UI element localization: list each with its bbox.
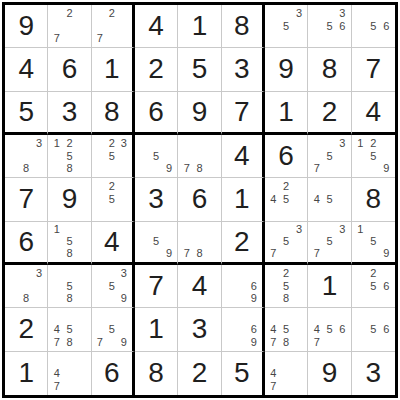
cell-r8c9[interactable]: 56: [352, 308, 395, 351]
cell-r3c2[interactable]: 3: [48, 92, 91, 135]
empty-candidate-slot: [293, 248, 306, 260]
cell-r1c5[interactable]: 1: [178, 5, 221, 48]
cell-r8c3[interactable]: 579: [92, 308, 135, 351]
empty-candidate-slot: [7, 267, 20, 280]
empty-candidate-slot: [354, 150, 367, 163]
empty-candidate-slot: [94, 206, 106, 219]
empty-candidate-slot: [293, 323, 306, 336]
empty-candidate-slot: [76, 310, 89, 323]
pencil-marks: 245: [265, 178, 307, 220]
cell-r1c1[interactable]: 9: [5, 5, 48, 48]
empty-candidate-slot: [367, 163, 380, 176]
empty-candidate-slot: [336, 33, 349, 46]
empty-candidate-slot: [336, 163, 349, 176]
empty-candidate-slot: [248, 267, 260, 280]
cell-r2c6[interactable]: 3: [222, 48, 265, 91]
pencil-marks: 78: [178, 222, 220, 262]
empty-candidate-slot: [293, 293, 306, 306]
empty-candidate-slot: [33, 163, 46, 176]
digit: 1: [278, 98, 294, 126]
digit: 3: [234, 55, 250, 83]
empty-candidate-slot: [336, 236, 349, 248]
cell-r8c8[interactable]: 4567: [308, 308, 351, 351]
digit: 6: [104, 359, 120, 387]
empty-candidate-slot: [50, 236, 63, 248]
candidate-9: 9: [118, 293, 130, 306]
candidate-7: 7: [310, 248, 323, 260]
empty-candidate-slot: [94, 193, 106, 206]
empty-candidate-slot: [380, 33, 393, 46]
candidate-2: 2: [106, 7, 118, 20]
cell-r2c4[interactable]: 2: [135, 48, 178, 91]
empty-candidate-slot: [106, 20, 118, 33]
cell-r9c6[interactable]: 5: [222, 352, 265, 395]
empty-candidate-slot: [63, 224, 76, 236]
cell-r7c4[interactable]: 7: [135, 265, 178, 308]
cell-r9c7[interactable]: 47: [265, 352, 308, 395]
cell-r2c3[interactable]: 1: [92, 48, 135, 91]
empty-candidate-slot: [163, 224, 176, 236]
cell-r7c5[interactable]: 4: [178, 265, 221, 308]
candidate-7: 7: [50, 380, 63, 393]
cell-r3c5[interactable]: 9: [178, 92, 221, 135]
empty-candidate-slot: [106, 267, 118, 280]
cell-r3c7[interactable]: 1: [265, 92, 308, 135]
cell-r9c3[interactable]: 6: [92, 352, 135, 395]
empty-candidate-slot: [267, 354, 280, 367]
empty-candidate-slot: [20, 267, 33, 280]
candidate-7: 7: [50, 336, 63, 349]
pencil-marks: 158: [48, 222, 90, 262]
empty-candidate-slot: [63, 367, 76, 380]
cell-r1c4[interactable]: 4: [135, 5, 178, 48]
empty-candidate-slot: [94, 180, 106, 193]
empty-candidate-slot: [280, 224, 293, 236]
cell-r3c3[interactable]: 8: [92, 92, 135, 135]
digit: 7: [366, 55, 382, 83]
empty-candidate-slot: [150, 248, 163, 260]
empty-candidate-slot: [76, 163, 89, 176]
cell-r8c1[interactable]: 2: [5, 308, 48, 351]
digit: 8: [148, 359, 164, 387]
cell-r3c9[interactable]: 4: [352, 92, 395, 135]
cell-r7c8[interactable]: 1: [308, 265, 351, 308]
empty-candidate-slot: [367, 293, 380, 306]
empty-candidate-slot: [20, 280, 33, 293]
pencil-marks: 25: [92, 178, 132, 220]
empty-candidate-slot: [323, 248, 336, 260]
candidate-5: 5: [63, 150, 76, 163]
empty-candidate-slot: [267, 236, 280, 248]
empty-candidate-slot: [76, 137, 89, 150]
empty-candidate-slot: [76, 20, 89, 33]
cell-r3c4[interactable]: 6: [135, 92, 178, 135]
pencil-marks: 56: [352, 5, 395, 47]
empty-candidate-slot: [380, 7, 393, 20]
empty-candidate-slot: [94, 163, 106, 176]
cell-r4c7[interactable]: 6: [265, 135, 308, 178]
pencil-marks: 256: [352, 265, 395, 307]
empty-candidate-slot: [106, 293, 118, 306]
empty-candidate-slot: [380, 310, 393, 323]
empty-candidate-slot: [293, 180, 306, 193]
cell-r5c5[interactable]: 6: [178, 178, 221, 221]
candidate-8: 8: [193, 163, 206, 176]
empty-candidate-slot: [323, 33, 336, 46]
empty-candidate-slot: [310, 137, 323, 150]
candidate-7: 7: [310, 163, 323, 176]
empty-candidate-slot: [293, 20, 306, 33]
cell-r9c5[interactable]: 2: [178, 352, 221, 395]
pencil-marks: 4578: [265, 308, 307, 350]
candidate-9: 9: [163, 248, 176, 260]
empty-candidate-slot: [367, 7, 380, 20]
digit: 1: [192, 12, 208, 40]
empty-candidate-slot: [267, 224, 280, 236]
empty-candidate-slot: [118, 310, 130, 323]
empty-candidate-slot: [33, 293, 46, 306]
empty-candidate-slot: [76, 248, 89, 260]
digit: 5: [234, 359, 250, 387]
cell-r7c9[interactable]: 256: [352, 265, 395, 308]
cell-r5c6[interactable]: 1: [222, 178, 265, 221]
digit: 1: [18, 359, 34, 387]
empty-candidate-slot: [76, 7, 89, 20]
empty-candidate-slot: [20, 137, 33, 150]
empty-candidate-slot: [7, 293, 20, 306]
candidate-5: 5: [323, 20, 336, 33]
empty-candidate-slot: [323, 163, 336, 176]
cell-r6c7[interactable]: 357: [265, 222, 308, 265]
empty-candidate-slot: [267, 33, 280, 46]
empty-candidate-slot: [118, 7, 130, 20]
candidate-3: 3: [118, 137, 130, 150]
candidate-3: 3: [33, 137, 46, 150]
cell-r7c1[interactable]: 38: [5, 265, 48, 308]
candidate-5: 5: [280, 323, 293, 336]
cell-r6c6[interactable]: 2: [222, 222, 265, 265]
cell-r2c5[interactable]: 5: [178, 48, 221, 91]
empty-candidate-slot: [137, 163, 150, 176]
empty-candidate-slot: [310, 206, 323, 219]
cell-r1c3[interactable]: 27: [92, 5, 135, 48]
empty-candidate-slot: [293, 267, 306, 280]
empty-candidate-slot: [33, 280, 46, 293]
empty-candidate-slot: [137, 224, 150, 236]
digit: 3: [148, 185, 164, 213]
digit: 4: [104, 228, 120, 256]
empty-candidate-slot: [206, 137, 219, 150]
digit: 5: [18, 98, 34, 126]
cell-r6c3[interactable]: 4: [92, 222, 135, 265]
empty-candidate-slot: [76, 323, 89, 336]
empty-candidate-slot: [224, 267, 236, 280]
candidate-9: 9: [380, 248, 393, 260]
cell-r9c4[interactable]: 8: [135, 352, 178, 395]
digit: 9: [18, 12, 34, 40]
empty-candidate-slot: [354, 336, 367, 349]
candidate-8: 8: [193, 248, 206, 260]
candidate-3: 3: [336, 137, 349, 150]
cell-r9c8[interactable]: 9: [308, 352, 351, 395]
candidate-5: 5: [63, 280, 76, 293]
empty-candidate-slot: [50, 7, 63, 20]
digit: 7: [148, 272, 164, 300]
digit: 2: [18, 315, 34, 343]
candidate-7: 7: [267, 380, 280, 393]
digit: 6: [62, 55, 78, 83]
empty-candidate-slot: [323, 137, 336, 150]
empty-candidate-slot: [118, 206, 130, 219]
empty-candidate-slot: [193, 137, 206, 150]
empty-candidate-slot: [137, 150, 150, 163]
candidate-5: 5: [323, 323, 336, 336]
pencil-marks: 1258: [48, 135, 90, 177]
cell-r5c4[interactable]: 3: [135, 178, 178, 221]
cell-r2c1[interactable]: 4: [5, 48, 48, 91]
cell-r2c7[interactable]: 9: [265, 48, 308, 91]
cell-r3c8[interactable]: 2: [308, 92, 351, 135]
candidate-5: 5: [280, 193, 293, 206]
digit: 2: [148, 55, 164, 83]
empty-candidate-slot: [76, 280, 89, 293]
empty-candidate-slot: [380, 236, 393, 248]
cell-r6c9[interactable]: 159: [352, 222, 395, 265]
cell-r3c6[interactable]: 7: [222, 92, 265, 135]
cell-r4c2[interactable]: 1258: [48, 135, 91, 178]
empty-candidate-slot: [63, 33, 76, 46]
empty-candidate-slot: [310, 7, 323, 20]
empty-candidate-slot: [336, 150, 349, 163]
empty-candidate-slot: [7, 137, 20, 150]
cell-r4c1[interactable]: 38: [5, 135, 48, 178]
cell-r6c5[interactable]: 78: [178, 222, 221, 265]
cell-r6c2[interactable]: 158: [48, 222, 91, 265]
candidate-6: 6: [336, 323, 349, 336]
cell-r1c8[interactable]: 356: [308, 5, 351, 48]
empty-candidate-slot: [150, 163, 163, 176]
pencil-marks: 47: [265, 352, 307, 395]
candidate-7: 7: [267, 248, 280, 260]
empty-candidate-slot: [76, 150, 89, 163]
empty-candidate-slot: [206, 224, 219, 236]
empty-candidate-slot: [280, 7, 293, 20]
candidate-6: 6: [380, 20, 393, 33]
cell-r4c3[interactable]: 235: [92, 135, 135, 178]
empty-candidate-slot: [280, 354, 293, 367]
cell-r8c6[interactable]: 69: [222, 308, 265, 351]
digit: 8: [366, 185, 382, 213]
candidate-3: 3: [336, 224, 349, 236]
empty-candidate-slot: [293, 280, 306, 293]
cell-r1c2[interactable]: 27: [48, 5, 91, 48]
empty-candidate-slot: [280, 310, 293, 323]
pencil-marks: 579: [92, 308, 132, 350]
digit: 7: [18, 185, 34, 213]
cell-r5c9[interactable]: 8: [352, 178, 395, 221]
pencil-marks: 45: [308, 178, 350, 220]
cell-r2c2[interactable]: 6: [48, 48, 91, 91]
cell-r8c4[interactable]: 1: [135, 308, 178, 351]
cell-r5c8[interactable]: 45: [308, 178, 351, 221]
empty-candidate-slot: [267, 180, 280, 193]
cell-r8c2[interactable]: 4578: [48, 308, 91, 351]
cell-r9c2[interactable]: 47: [48, 352, 91, 395]
empty-candidate-slot: [94, 323, 106, 336]
empty-candidate-slot: [63, 20, 76, 33]
cell-r6c8[interactable]: 357: [308, 222, 351, 265]
empty-candidate-slot: [94, 280, 106, 293]
cell-r4c6[interactable]: 4: [222, 135, 265, 178]
empty-candidate-slot: [50, 267, 63, 280]
cell-r1c6[interactable]: 8: [222, 5, 265, 48]
empty-candidate-slot: [76, 336, 89, 349]
cell-r8c7[interactable]: 4578: [265, 308, 308, 351]
cell-r7c7[interactable]: 258: [265, 265, 308, 308]
candidate-6: 6: [248, 323, 260, 336]
pencil-marks: 357: [308, 222, 350, 262]
empty-candidate-slot: [354, 323, 367, 336]
candidate-2: 2: [367, 267, 380, 280]
cell-r7c2[interactable]: 58: [48, 265, 91, 308]
empty-candidate-slot: [354, 267, 367, 280]
digit: 6: [192, 185, 208, 213]
cell-r2c8[interactable]: 8: [308, 48, 351, 91]
empty-candidate-slot: [354, 163, 367, 176]
candidate-8: 8: [280, 336, 293, 349]
empty-candidate-slot: [323, 336, 336, 349]
empty-candidate-slot: [94, 20, 106, 33]
candidate-3: 3: [118, 267, 130, 280]
candidate-7: 7: [94, 336, 106, 349]
empty-candidate-slot: [180, 150, 193, 163]
candidate-1: 1: [354, 224, 367, 236]
candidate-5: 5: [150, 150, 163, 163]
empty-candidate-slot: [118, 180, 130, 193]
pencil-marks: 47: [48, 352, 90, 395]
cell-r1c9[interactable]: 56: [352, 5, 395, 48]
candidate-9: 9: [163, 163, 176, 176]
empty-candidate-slot: [163, 150, 176, 163]
empty-candidate-slot: [248, 310, 260, 323]
candidate-5: 5: [63, 236, 76, 248]
empty-candidate-slot: [206, 163, 219, 176]
pencil-marks: 69: [222, 265, 262, 307]
empty-candidate-slot: [293, 236, 306, 248]
cell-r4c9[interactable]: 1259: [352, 135, 395, 178]
candidate-8: 8: [63, 248, 76, 260]
cell-r5c7[interactable]: 245: [265, 178, 308, 221]
candidate-7: 7: [94, 33, 106, 46]
empty-candidate-slot: [150, 137, 163, 150]
cell-r3c1[interactable]: 5: [5, 92, 48, 135]
empty-candidate-slot: [310, 20, 323, 33]
digit: 7: [234, 98, 250, 126]
empty-candidate-slot: [50, 310, 63, 323]
empty-candidate-slot: [106, 310, 118, 323]
empty-candidate-slot: [137, 236, 150, 248]
cell-r5c2[interactable]: 9: [48, 178, 91, 221]
cell-r9c9[interactable]: 3: [352, 352, 395, 395]
empty-candidate-slot: [280, 33, 293, 46]
digit: 9: [192, 98, 208, 126]
digit: 6: [278, 142, 294, 170]
empty-candidate-slot: [50, 150, 63, 163]
cell-r6c1[interactable]: 6: [5, 222, 48, 265]
cell-r1c7[interactable]: 35: [265, 5, 308, 48]
empty-candidate-slot: [267, 267, 280, 280]
empty-candidate-slot: [280, 367, 293, 380]
digit: 8: [322, 55, 338, 83]
empty-candidate-slot: [293, 336, 306, 349]
cell-r2c9[interactable]: 7: [352, 48, 395, 91]
candidate-5: 5: [106, 150, 118, 163]
candidate-4: 4: [310, 193, 323, 206]
empty-candidate-slot: [94, 267, 106, 280]
digit: 5: [192, 55, 208, 83]
empty-candidate-slot: [76, 33, 89, 46]
candidate-5: 5: [367, 150, 380, 163]
candidate-7: 7: [267, 336, 280, 349]
empty-candidate-slot: [380, 293, 393, 306]
empty-candidate-slot: [118, 33, 130, 46]
candidate-8: 8: [63, 336, 76, 349]
empty-candidate-slot: [380, 150, 393, 163]
cell-r9c1[interactable]: 1: [5, 352, 48, 395]
cell-r7c3[interactable]: 359: [92, 265, 135, 308]
pencil-marks: 356: [308, 5, 350, 47]
cell-r4c8[interactable]: 357: [308, 135, 351, 178]
candidate-4: 4: [50, 367, 63, 380]
empty-candidate-slot: [293, 367, 306, 380]
digit: 6: [148, 98, 164, 126]
empty-candidate-slot: [206, 236, 219, 248]
digit: 4: [234, 142, 250, 170]
cell-r6c4[interactable]: 59: [135, 222, 178, 265]
candidate-2: 2: [280, 267, 293, 280]
candidate-4: 4: [267, 193, 280, 206]
pencil-marks: 1259: [352, 135, 395, 177]
cell-r5c1[interactable]: 7: [5, 178, 48, 221]
candidate-5: 5: [323, 193, 336, 206]
cell-r7c6[interactable]: 69: [222, 265, 265, 308]
candidate-5: 5: [367, 20, 380, 33]
empty-candidate-slot: [76, 236, 89, 248]
empty-candidate-slot: [354, 248, 367, 260]
candidate-8: 8: [63, 163, 76, 176]
cell-r4c5[interactable]: 78: [178, 135, 221, 178]
empty-candidate-slot: [94, 137, 106, 150]
candidate-8: 8: [20, 163, 33, 176]
pencil-marks: 35: [265, 5, 307, 47]
candidate-2: 2: [106, 180, 118, 193]
empty-candidate-slot: [354, 293, 367, 306]
cell-r8c5[interactable]: 3: [178, 308, 221, 351]
candidate-3: 3: [336, 7, 349, 20]
pencil-marks: 4578: [48, 308, 90, 350]
cell-r5c3[interactable]: 25: [92, 178, 135, 221]
empty-candidate-slot: [310, 33, 323, 46]
empty-candidate-slot: [354, 33, 367, 46]
empty-candidate-slot: [224, 323, 236, 336]
pencil-marks: 27: [92, 5, 132, 47]
candidate-9: 9: [248, 336, 260, 349]
candidate-5: 5: [280, 20, 293, 33]
empty-candidate-slot: [206, 248, 219, 260]
empty-candidate-slot: [50, 293, 63, 306]
empty-candidate-slot: [367, 248, 380, 260]
cell-r4c4[interactable]: 59: [135, 135, 178, 178]
